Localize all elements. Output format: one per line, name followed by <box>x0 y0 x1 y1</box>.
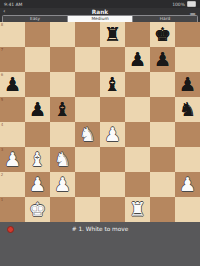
square-e4[interactable]: ♟ <box>100 122 125 147</box>
square-c3[interactable]: ♞ <box>50 147 75 172</box>
black-king: ♚ <box>154 22 171 47</box>
rank-label-3: 3 <box>1 147 4 152</box>
white-pawn: ♟ <box>104 122 121 147</box>
black-pawn: ♟ <box>154 47 171 72</box>
black-bishop: ♝ <box>54 97 71 122</box>
square-f7[interactable]: ♟ <box>125 47 150 72</box>
black-pawn: ♟ <box>29 97 46 122</box>
square-e1[interactable] <box>100 197 125 222</box>
square-h2[interactable]: ♟ <box>175 172 200 197</box>
rank-label-8: 8 <box>1 22 4 27</box>
square-g6[interactable] <box>150 72 175 97</box>
square-a4[interactable]: 4 <box>0 122 25 147</box>
square-h8[interactable] <box>175 22 200 47</box>
square-f4[interactable] <box>125 122 150 147</box>
square-e3[interactable] <box>100 147 125 172</box>
status-right: 100% <box>172 1 196 7</box>
black-pawn: ♟ <box>4 72 21 97</box>
status-bar: 9:41 AM 100% <box>0 0 200 8</box>
square-d5[interactable] <box>75 97 100 122</box>
hint-lightbulb-icon[interactable] <box>186 225 193 235</box>
square-a3[interactable]: 3♟ <box>0 147 25 172</box>
square-c7[interactable] <box>50 47 75 72</box>
square-e5[interactable] <box>100 97 125 122</box>
square-e7[interactable] <box>100 47 125 72</box>
nav-bar: ‹ Rank ≡ <box>0 8 200 15</box>
status-time: 9:41 AM <box>4 2 23 7</box>
white-knight: ♞ <box>54 147 71 172</box>
square-h7[interactable] <box>175 47 200 72</box>
rank-label-2: 2 <box>1 172 4 177</box>
square-b2[interactable]: ♟ <box>25 172 50 197</box>
battery-percent: 100% <box>172 2 185 7</box>
square-d4[interactable]: ♞ <box>75 122 100 147</box>
square-h4[interactable] <box>175 122 200 147</box>
square-c4[interactable] <box>50 122 75 147</box>
square-d6[interactable] <box>75 72 100 97</box>
white-king: ♚ <box>29 197 46 222</box>
rank-label-6: 6 <box>1 72 4 77</box>
rank-label-5: 5 <box>1 97 4 102</box>
square-d3[interactable] <box>75 147 100 172</box>
square-a6[interactable]: 6♟ <box>0 72 25 97</box>
square-g5[interactable] <box>150 97 175 122</box>
square-g1[interactable] <box>150 197 175 222</box>
square-b8[interactable] <box>25 22 50 47</box>
square-e8[interactable]: ♜ <box>100 22 125 47</box>
square-d7[interactable] <box>75 47 100 72</box>
white-pawn: ♟ <box>54 172 71 197</box>
square-b4[interactable] <box>25 122 50 147</box>
white-pawn: ♟ <box>29 172 46 197</box>
square-c1[interactable] <box>50 197 75 222</box>
square-f8[interactable] <box>125 22 150 47</box>
square-f1[interactable]: ♜ <box>125 197 150 222</box>
square-e6[interactable]: ♝ <box>100 72 125 97</box>
square-c5[interactable]: ♝ <box>50 97 75 122</box>
white-pawn: ♟ <box>179 172 196 197</box>
square-h3[interactable] <box>175 147 200 172</box>
square-b5[interactable]: ♟ <box>25 97 50 122</box>
white-bishop: ♝ <box>29 147 46 172</box>
square-f2[interactable] <box>125 172 150 197</box>
rank-label-1: 1 <box>1 197 4 202</box>
header: 9:41 AM 100% ‹ Rank ≡ EasyMediumHard <box>0 0 200 22</box>
square-h1[interactable] <box>175 197 200 222</box>
square-d2[interactable] <box>75 172 100 197</box>
square-c2[interactable]: ♟ <box>50 172 75 197</box>
black-knight: ♞ <box>179 97 196 122</box>
square-g3[interactable] <box>150 147 175 172</box>
square-h5[interactable]: ♞ <box>175 97 200 122</box>
battery-icon <box>187 1 196 7</box>
white-rook: ♜ <box>129 197 146 222</box>
app-window: 9:41 AM 100% ‹ Rank ≡ EasyMediumHard 8♜♚… <box>0 0 200 266</box>
white-pawn: ♟ <box>4 147 21 172</box>
square-a7[interactable]: 7 <box>0 47 25 72</box>
square-c8[interactable] <box>50 22 75 47</box>
square-b3[interactable]: ♝ <box>25 147 50 172</box>
rank-label-4: 4 <box>1 122 4 127</box>
square-b6[interactable] <box>25 72 50 97</box>
square-a1[interactable]: 1 <box>0 197 25 222</box>
square-g7[interactable]: ♟ <box>150 47 175 72</box>
square-g8[interactable]: ♚ <box>150 22 175 47</box>
rank-label-7: 7 <box>1 47 4 52</box>
page-title: Rank <box>0 9 200 15</box>
segmented-row: EasyMediumHard <box>0 15 200 22</box>
square-d8[interactable] <box>75 22 100 47</box>
square-h6[interactable]: ♟ <box>175 72 200 97</box>
square-a2[interactable]: 2 <box>0 172 25 197</box>
square-g2[interactable] <box>150 172 175 197</box>
square-g4[interactable] <box>150 122 175 147</box>
square-c6[interactable] <box>50 72 75 97</box>
square-f6[interactable] <box>125 72 150 97</box>
black-rook: ♜ <box>104 22 121 47</box>
footer-bar: # 1. White to move <box>0 222 200 266</box>
square-d1[interactable] <box>75 197 100 222</box>
black-pawn: ♟ <box>179 72 196 97</box>
black-pawn: ♟ <box>129 47 146 72</box>
square-b7[interactable] <box>25 47 50 72</box>
chess-board: 8♜♚7♟♟6♟♝♟5♟♝♞4♞♟3♟♝♞2♟♟♟1♚♜ <box>0 22 200 222</box>
white-knight: ♞ <box>79 122 96 147</box>
square-b1[interactable]: ♚ <box>25 197 50 222</box>
puzzle-status-text: # 1. White to move <box>0 226 200 232</box>
square-e2[interactable] <box>100 172 125 197</box>
black-bishop: ♝ <box>104 72 121 97</box>
square-f3[interactable] <box>125 147 150 172</box>
square-f5[interactable] <box>125 97 150 122</box>
square-a8[interactable]: 8 <box>0 22 25 47</box>
square-a5[interactable]: 5 <box>0 97 25 122</box>
